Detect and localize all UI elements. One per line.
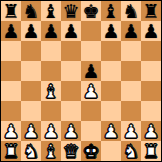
black-pawn: ♟	[22, 21, 39, 41]
square-h2[interactable]: ♟	[141, 121, 161, 141]
square-e3[interactable]	[81, 101, 101, 121]
square-d2[interactable]: ♟	[61, 121, 81, 141]
black-pawn: ♟	[2, 21, 19, 41]
square-e8[interactable]: ♚	[81, 1, 101, 21]
square-f2[interactable]: ♟	[101, 121, 121, 141]
square-d8[interactable]: ♛	[61, 1, 81, 21]
square-g5[interactable]	[121, 61, 141, 81]
white-bishop: ♝	[42, 141, 59, 161]
square-h4[interactable]	[141, 81, 161, 101]
square-e4[interactable]: ♟	[81, 81, 101, 101]
square-d1[interactable]: ♛	[61, 141, 81, 161]
white-queen: ♛	[62, 141, 79, 161]
black-king: ♚	[82, 1, 99, 21]
square-f5[interactable]	[101, 61, 121, 81]
white-pawn: ♟	[42, 121, 59, 141]
black-bishop: ♝	[42, 1, 59, 21]
black-knight: ♞	[22, 1, 39, 21]
square-a4[interactable]	[1, 81, 21, 101]
square-c5[interactable]	[41, 61, 61, 81]
black-pawn: ♟	[82, 61, 99, 81]
square-b4[interactable]	[21, 81, 41, 101]
square-g7[interactable]: ♟	[121, 21, 141, 41]
white-knight: ♞	[122, 141, 139, 161]
square-c3[interactable]	[41, 101, 61, 121]
square-e2[interactable]	[81, 121, 101, 141]
square-d4[interactable]	[61, 81, 81, 101]
square-d3[interactable]	[61, 101, 81, 121]
square-a3[interactable]	[1, 101, 21, 121]
white-rook: ♜	[2, 141, 19, 161]
chess-board: ♜♞♝♛♚♝♞♜♟♟♟♟♟♟♟♟♝♟♟♟♟♟♟♟♟♜♞♝♛♚♞♜	[0, 0, 162, 162]
square-a5[interactable]	[1, 61, 21, 81]
square-b1[interactable]: ♞	[21, 141, 41, 161]
square-d6[interactable]	[61, 41, 81, 61]
square-d7[interactable]: ♟	[61, 21, 81, 41]
black-pawn: ♟	[42, 21, 59, 41]
square-c7[interactable]: ♟	[41, 21, 61, 41]
square-b5[interactable]	[21, 61, 41, 81]
square-c6[interactable]	[41, 41, 61, 61]
square-a6[interactable]	[1, 41, 21, 61]
square-h8[interactable]: ♜	[141, 1, 161, 21]
square-a2[interactable]: ♟	[1, 121, 21, 141]
white-king: ♚	[82, 141, 99, 161]
square-b6[interactable]	[21, 41, 41, 61]
white-pawn: ♟	[62, 121, 79, 141]
white-pawn: ♟	[2, 121, 19, 141]
black-knight: ♞	[122, 1, 139, 21]
square-b3[interactable]	[21, 101, 41, 121]
square-g3[interactable]	[121, 101, 141, 121]
square-c2[interactable]: ♟	[41, 121, 61, 141]
square-a7[interactable]: ♟	[1, 21, 21, 41]
white-knight: ♞	[22, 141, 39, 161]
square-g2[interactable]: ♟	[121, 121, 141, 141]
square-c8[interactable]: ♝	[41, 1, 61, 21]
square-e5[interactable]: ♟	[81, 61, 101, 81]
square-c1[interactable]: ♝	[41, 141, 61, 161]
square-h6[interactable]	[141, 41, 161, 61]
square-b7[interactable]: ♟	[21, 21, 41, 41]
black-rook: ♜	[2, 1, 19, 21]
black-pawn: ♟	[62, 21, 79, 41]
square-d5[interactable]	[61, 61, 81, 81]
black-queen: ♛	[62, 1, 79, 21]
square-e6[interactable]	[81, 41, 101, 61]
square-b8[interactable]: ♞	[21, 1, 41, 21]
black-pawn: ♟	[122, 21, 139, 41]
white-pawn: ♟	[82, 81, 99, 101]
square-h3[interactable]	[141, 101, 161, 121]
square-f8[interactable]: ♝	[101, 1, 121, 21]
square-e7[interactable]	[81, 21, 101, 41]
white-pawn: ♟	[122, 121, 139, 141]
square-h1[interactable]: ♜	[141, 141, 161, 161]
white-bishop: ♝	[42, 81, 59, 101]
square-e1[interactable]: ♚	[81, 141, 101, 161]
black-pawn: ♟	[102, 21, 119, 41]
square-h5[interactable]	[141, 61, 161, 81]
square-f6[interactable]	[101, 41, 121, 61]
black-pawn: ♟	[142, 21, 159, 41]
white-pawn: ♟	[102, 121, 119, 141]
black-bishop: ♝	[102, 1, 119, 21]
square-b2[interactable]: ♟	[21, 121, 41, 141]
square-f3[interactable]	[101, 101, 121, 121]
square-f7[interactable]: ♟	[101, 21, 121, 41]
square-g1[interactable]: ♞	[121, 141, 141, 161]
square-g8[interactable]: ♞	[121, 1, 141, 21]
square-a8[interactable]: ♜	[1, 1, 21, 21]
white-rook: ♜	[142, 141, 159, 161]
square-c4[interactable]: ♝	[41, 81, 61, 101]
white-pawn: ♟	[22, 121, 39, 141]
square-g4[interactable]	[121, 81, 141, 101]
square-f4[interactable]	[101, 81, 121, 101]
square-h7[interactable]: ♟	[141, 21, 161, 41]
black-rook: ♜	[142, 1, 159, 21]
square-g6[interactable]	[121, 41, 141, 61]
white-pawn: ♟	[142, 121, 159, 141]
square-a1[interactable]: ♜	[1, 141, 21, 161]
square-f1[interactable]	[101, 141, 121, 161]
